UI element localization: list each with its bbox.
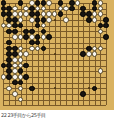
white-stone <box>46 17 52 23</box>
grid-line <box>3 105 106 106</box>
black-stone <box>18 0 24 6</box>
star-point <box>54 53 56 55</box>
black-stone <box>92 86 98 92</box>
black-stone <box>58 11 64 17</box>
white-stone <box>35 46 41 52</box>
white-stone <box>98 68 104 74</box>
white-stone <box>98 46 104 52</box>
white-stone <box>18 86 24 92</box>
black-stone <box>18 80 24 86</box>
white-stone <box>18 17 24 23</box>
black-stone <box>12 17 18 23</box>
diagram-caption: 22 23手目から25手目 <box>1 112 113 119</box>
white-stone <box>18 57 24 63</box>
star-point <box>54 19 56 21</box>
black-stone <box>103 34 109 40</box>
black-stone <box>18 23 24 29</box>
grid-line <box>3 94 106 95</box>
white-stone <box>23 51 29 57</box>
black-stone <box>29 40 35 46</box>
diagram-frame: 22 23手目から25手目 <box>0 0 114 120</box>
white-stone <box>18 97 24 103</box>
black-stone <box>35 40 41 46</box>
black-stone <box>69 6 75 12</box>
black-stone <box>80 91 86 97</box>
black-stone <box>58 0 64 6</box>
white-stone <box>29 0 35 6</box>
white-stone <box>92 17 98 23</box>
white-stone <box>29 34 35 40</box>
white-stone <box>12 91 18 97</box>
black-stone <box>1 0 7 6</box>
white-stone <box>86 51 92 57</box>
grid-line <box>72 3 73 106</box>
white-stone <box>98 0 104 6</box>
black-stone <box>86 17 92 23</box>
black-stone <box>103 23 109 29</box>
white-stone <box>41 23 47 29</box>
grid-line <box>78 3 79 106</box>
black-stone <box>35 17 41 23</box>
white-stone <box>63 17 69 23</box>
grid-line <box>60 3 61 106</box>
white-stone <box>92 51 98 57</box>
black-stone <box>23 63 29 69</box>
black-stone <box>29 86 35 92</box>
black-stone <box>69 0 75 6</box>
white-stone <box>46 0 52 6</box>
white-stone <box>12 57 18 63</box>
white-stone <box>12 34 18 40</box>
white-stone <box>29 17 35 23</box>
grid-line <box>100 3 101 106</box>
go-board <box>0 0 114 110</box>
black-stone <box>12 80 18 86</box>
black-stone <box>12 23 18 29</box>
black-stone <box>35 0 41 6</box>
black-stone <box>6 40 12 46</box>
black-stone <box>103 17 109 23</box>
white-stone <box>12 74 18 80</box>
black-stone <box>46 34 52 40</box>
black-stone <box>23 74 29 80</box>
black-stone <box>41 46 47 52</box>
white-stone <box>29 46 35 52</box>
white-stone <box>98 29 104 35</box>
white-stone <box>75 0 81 6</box>
white-stone <box>98 11 104 17</box>
black-stone <box>35 34 41 40</box>
white-stone <box>52 11 58 17</box>
black-stone <box>92 0 98 6</box>
black-stone <box>35 23 41 29</box>
white-stone <box>6 86 12 92</box>
